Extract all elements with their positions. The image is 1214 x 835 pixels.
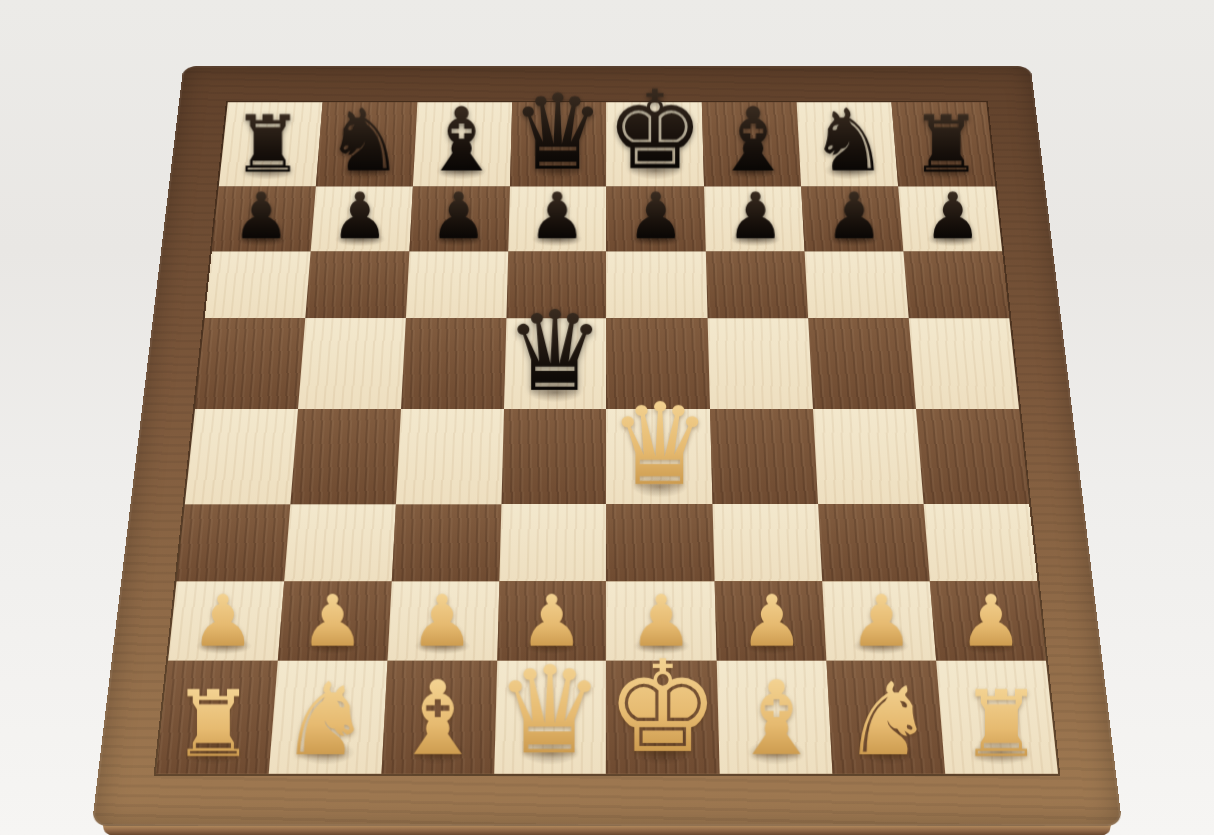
square-b3 xyxy=(284,504,396,581)
square-a5 xyxy=(195,318,305,409)
square-a2: ♟ xyxy=(168,581,284,661)
square-g8: ♞ xyxy=(797,102,898,186)
square-c2: ♟ xyxy=(387,581,499,661)
black-pawn-c7: ♟ xyxy=(430,185,488,249)
black-rook-h8: ♜ xyxy=(911,105,982,184)
square-f7: ♟ xyxy=(704,187,804,252)
square-e3 xyxy=(606,504,715,581)
square-e8: ♚ xyxy=(606,102,704,186)
square-d5: ♛ xyxy=(504,318,607,409)
square-c6 xyxy=(406,251,508,318)
square-g6 xyxy=(805,251,909,318)
black-bishop-c8: ♝ xyxy=(422,96,501,184)
black-pawn-g7: ♟ xyxy=(825,185,883,249)
square-f1: ♝ xyxy=(717,661,833,774)
square-d1: ♛ xyxy=(494,661,607,774)
white-pawn-a2: ♟ xyxy=(191,586,255,657)
white-pawn-c2: ♟ xyxy=(410,586,474,657)
square-c4 xyxy=(396,409,504,504)
square-d3 xyxy=(499,504,606,581)
square-c7: ♟ xyxy=(409,187,509,252)
square-h4 xyxy=(916,409,1029,504)
white-king-e1: ♚ xyxy=(606,644,720,771)
black-king-e8: ♚ xyxy=(606,76,704,185)
square-c5 xyxy=(401,318,506,409)
square-h5 xyxy=(909,318,1019,409)
chess-board: ♜♞♝♛♚♝♞♜♟♟♟♟♟♟♟♟♛♛♟♟♟♟♟♟♟♟♜♞♝♛♚♝♞♜ xyxy=(92,66,1123,826)
square-h1: ♜ xyxy=(936,661,1058,774)
square-f5 xyxy=(708,318,813,409)
square-b1: ♞ xyxy=(269,661,388,774)
square-e6 xyxy=(606,251,708,318)
white-pawn-f2: ♟ xyxy=(740,586,804,657)
black-pawn-h7: ♟ xyxy=(924,185,982,249)
square-h3 xyxy=(924,504,1038,581)
square-b2: ♟ xyxy=(278,581,392,661)
square-a4 xyxy=(185,409,298,504)
square-f4 xyxy=(710,409,818,504)
square-g4 xyxy=(813,409,924,504)
square-b6 xyxy=(305,251,409,318)
square-g7: ♟ xyxy=(801,187,903,252)
square-f3 xyxy=(713,504,823,581)
board-frame: ♜♞♝♛♚♝♞♜♟♟♟♟♟♟♟♟♛♛♟♟♟♟♟♟♟♟♜♞♝♛♚♝♞♜ xyxy=(92,66,1123,826)
square-b7: ♟ xyxy=(311,187,413,252)
white-knight-g1: ♞ xyxy=(844,670,934,771)
white-queen-d1: ♛ xyxy=(496,649,605,770)
square-d7: ♟ xyxy=(508,187,607,252)
black-queen-d5: ♛ xyxy=(505,296,604,407)
square-h2: ♟ xyxy=(930,581,1046,661)
square-d8: ♛ xyxy=(510,102,607,186)
black-queen-d8: ♛ xyxy=(511,80,605,184)
black-knight-g8: ♞ xyxy=(811,98,889,185)
black-pawn-b7: ♟ xyxy=(331,185,389,249)
square-b5 xyxy=(298,318,406,409)
black-bishop-f8: ♝ xyxy=(713,96,792,184)
square-c3 xyxy=(391,504,501,581)
square-h8: ♜ xyxy=(892,102,996,186)
white-rook-a1: ♜ xyxy=(172,679,254,771)
white-queen-e4: ♛ xyxy=(609,388,711,502)
white-bishop-c1: ♝ xyxy=(392,668,484,771)
studio-scene: ♜♞♝♛♚♝♞♜♟♟♟♟♟♟♟♟♛♛♟♟♟♟♟♟♟♟♜♞♝♛♚♝♞♜ xyxy=(0,0,1214,835)
black-pawn-e7: ♟ xyxy=(627,185,685,249)
square-b8: ♞ xyxy=(316,102,417,186)
square-a3 xyxy=(177,504,291,581)
square-h6 xyxy=(903,251,1009,318)
square-c8: ♝ xyxy=(413,102,512,186)
square-e1: ♚ xyxy=(606,661,720,774)
square-a6 xyxy=(205,251,311,318)
square-g2: ♟ xyxy=(822,581,936,661)
square-e7: ♟ xyxy=(606,187,706,252)
square-b4 xyxy=(290,409,401,504)
white-knight-b1: ♞ xyxy=(280,670,370,771)
square-a7: ♟ xyxy=(212,187,316,252)
square-f6 xyxy=(706,251,808,318)
square-g5 xyxy=(808,318,916,409)
square-a1: ♜ xyxy=(156,661,278,774)
square-g3 xyxy=(818,504,930,581)
board-grid: ♜♞♝♛♚♝♞♜♟♟♟♟♟♟♟♟♛♛♟♟♟♟♟♟♟♟♜♞♝♛♚♝♞♜ xyxy=(156,102,1058,774)
square-g1: ♞ xyxy=(827,661,946,774)
white-rook-h1: ♜ xyxy=(960,679,1042,771)
square-a8: ♜ xyxy=(219,102,323,186)
white-pawn-b2: ♟ xyxy=(301,586,365,657)
black-knight-b8: ♞ xyxy=(326,98,404,185)
black-rook-a8: ♜ xyxy=(232,105,303,184)
black-pawn-d7: ♟ xyxy=(528,185,586,249)
black-pawn-f7: ♟ xyxy=(727,185,785,249)
square-h7: ♟ xyxy=(898,187,1002,252)
square-e4: ♛ xyxy=(606,409,713,504)
square-f2: ♟ xyxy=(715,581,827,661)
white-bishop-f1: ♝ xyxy=(730,668,822,771)
black-pawn-a7: ♟ xyxy=(233,185,291,249)
white-pawn-g2: ♟ xyxy=(849,586,913,657)
square-d4 xyxy=(501,409,606,504)
square-c1: ♝ xyxy=(381,661,497,774)
white-pawn-h2: ♟ xyxy=(959,586,1023,657)
square-f8: ♝ xyxy=(702,102,801,186)
